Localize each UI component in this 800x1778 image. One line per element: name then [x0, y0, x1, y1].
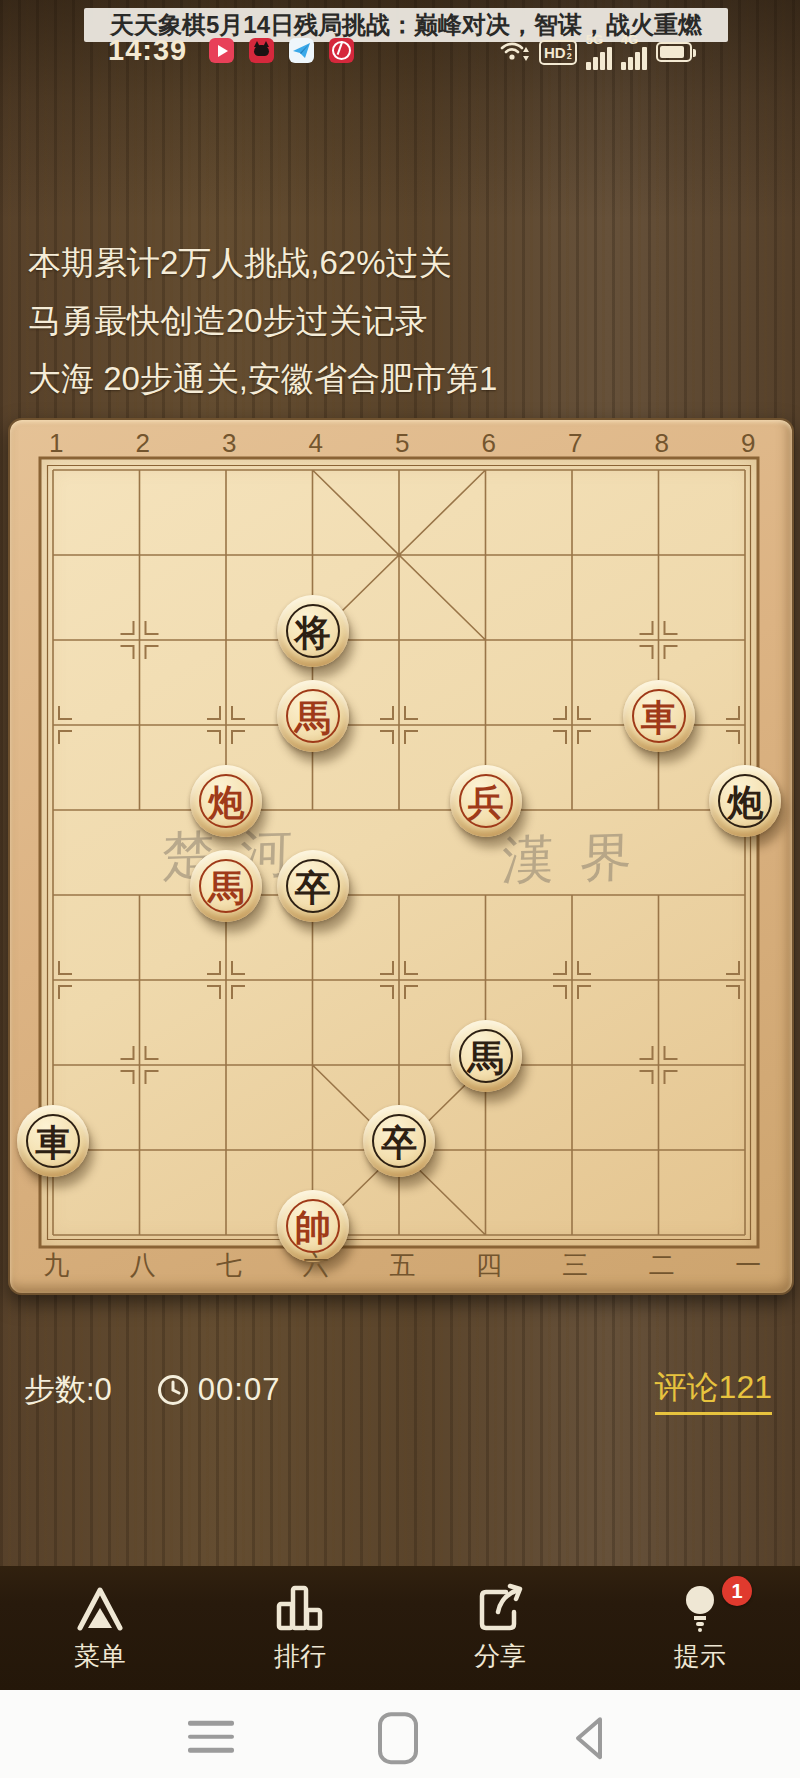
xiangqi-piece-red-馬[interactable]: 馬: [277, 680, 349, 752]
xiangqi-piece-black-卒[interactable]: 卒: [363, 1105, 435, 1177]
recents-icon[interactable]: [188, 1721, 234, 1753]
xiangqi-piece-red-炮[interactable]: 炮: [190, 765, 262, 837]
xiangqi-piece-black-将[interactable]: 将: [277, 595, 349, 667]
game-info-bar: 步数:0 00:07 评论121: [0, 1362, 800, 1418]
share-label: 分享: [474, 1639, 526, 1674]
taobao-icon: [329, 38, 354, 63]
bottom-nav-bar: 菜单 排行 分享: [0, 1566, 800, 1690]
share-icon: [472, 1582, 528, 1634]
signal-5g-icon: 5G: [586, 34, 612, 70]
xiangqi-piece-red-車[interactable]: 車: [623, 680, 695, 752]
hint-badge: 1: [722, 1576, 752, 1606]
move-counter: 步数:0: [24, 1369, 112, 1411]
file-numeral-label: 八: [130, 1248, 156, 1283]
hd-sim2: 2: [567, 52, 572, 61]
video-play-icon: [209, 38, 234, 63]
app-screen: 天天象棋5月14日残局挑战：巅峰对决，智谋，战火重燃 14:39: [0, 0, 800, 1778]
xiangqi-piece-black-卒[interactable]: 卒: [277, 850, 349, 922]
signal-4g-icon: 4G: [621, 34, 647, 70]
xiangqi-piece-red-兵[interactable]: 兵: [450, 765, 522, 837]
challenge-stats: 本期累计2万人挑战,62%过关 马勇最快创造20步过关记录 大海 20步通关,安…: [28, 234, 497, 408]
wifi-icon: [500, 40, 530, 64]
stats-line-1: 本期累计2万人挑战,62%过关: [28, 234, 497, 292]
stats-line-3: 大海 20步通关,安徽省合肥市第1: [28, 350, 497, 408]
clock-time: 14:39: [108, 34, 187, 67]
stats-line-2: 马勇最快创造20步过关记录: [28, 292, 497, 350]
tmall-cat-icon: [249, 38, 274, 63]
ranking-label: 排行: [274, 1639, 326, 1674]
android-nav-bar: [0, 1690, 800, 1778]
volte-hd-icon: HD 1 2: [539, 40, 577, 65]
net-5g-label: 5G: [586, 34, 603, 45]
xiangqi-piece-black-馬[interactable]: 馬: [450, 1020, 522, 1092]
home-icon[interactable]: [378, 1712, 418, 1764]
comments-link[interactable]: 评论121: [655, 1366, 772, 1415]
file-numerals-bottom: 九八七六五四三二一: [13, 1248, 792, 1283]
net-4g-label: 4G: [621, 34, 638, 45]
hint-button[interactable]: 提示 1: [600, 1566, 800, 1690]
hint-lightbulb-icon: [672, 1582, 728, 1634]
status-bar: 14:39 HD 1 2: [0, 32, 800, 74]
status-indicators: HD 1 2 5G 4G: [500, 34, 800, 70]
xiangqi-piece-black-炮[interactable]: 炮: [709, 765, 781, 837]
ranking-bar-chart-icon: [272, 1582, 328, 1634]
hint-label: 提示: [674, 1639, 726, 1674]
battery-icon: [656, 42, 692, 62]
file-numeral-label: 六: [303, 1248, 329, 1283]
file-numeral-label: 二: [649, 1248, 675, 1283]
ranking-button[interactable]: 排行: [200, 1566, 400, 1690]
piece-layer: 将馬車炮兵炮馬卒馬車卒帥: [10, 428, 789, 1278]
share-button[interactable]: 分享: [400, 1566, 600, 1690]
file-numeral-label: 四: [476, 1248, 502, 1283]
file-numeral-label: 三: [562, 1248, 588, 1283]
timer-clock-icon: [156, 1373, 190, 1407]
paper-plane-icon: [289, 38, 314, 63]
xiangqi-piece-black-車[interactable]: 車: [17, 1105, 89, 1177]
menu-label: 菜单: [74, 1639, 126, 1674]
xiangqi-piece-red-馬[interactable]: 馬: [190, 850, 262, 922]
file-numeral-label: 七: [216, 1248, 242, 1283]
back-icon[interactable]: [570, 1712, 606, 1764]
menu-icon: [72, 1582, 128, 1634]
notification-icons: [209, 38, 354, 63]
elapsed-time: 00:07: [198, 1372, 281, 1408]
file-numeral-label: 五: [389, 1248, 415, 1283]
xiangqi-board[interactable]: 123456789 楚河 漢界 将馬車炮兵炮馬卒馬車卒帥 九八七六五四三二一: [8, 418, 794, 1295]
hd-label: HD: [544, 44, 566, 61]
file-numeral-label: 一: [735, 1248, 761, 1283]
menu-button[interactable]: 菜单: [0, 1566, 200, 1690]
file-numeral-label: 九: [43, 1248, 69, 1283]
